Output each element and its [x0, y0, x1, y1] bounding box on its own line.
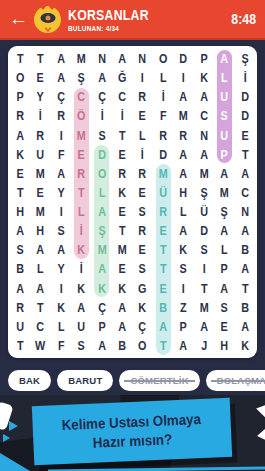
grid-cell-r15c5[interactable]: P: [94, 317, 110, 336]
grid-cell-r7c3[interactable]: A: [53, 164, 69, 183]
word-grid-card: TTAMNANODPAŞOEAŞAĞILIKLİPYÇCÇCRİAAUDRİRÖ…: [8, 46, 257, 358]
grid-cell-r16c9[interactable]: A: [175, 336, 191, 355]
grid-cell-r6c9[interactable]: A: [175, 145, 191, 164]
grid-cell-r12c6[interactable]: E: [114, 259, 130, 278]
grid-cell-r3c10[interactable]: A: [196, 87, 212, 106]
word-chip-comertlik: CÖMERTLİK: [119, 370, 199, 391]
grid-cell-r15c10[interactable]: A: [196, 317, 212, 336]
grid-cell-r6c7[interactable]: İ: [135, 145, 151, 164]
grid-cell-r16c12[interactable]: K: [237, 336, 253, 355]
grid-cell-r3c1[interactable]: P: [12, 87, 28, 106]
grid-cell-r4c9[interactable]: M: [175, 106, 191, 125]
grid-cell-r10c9[interactable]: A: [175, 221, 191, 240]
banner-arrow-icon: [256, 424, 265, 446]
grid-cell-r9c2[interactable]: M: [32, 202, 48, 221]
grid-cell-r16c3[interactable]: F: [53, 336, 69, 355]
grid-cell-r16c1[interactable]: T: [12, 336, 28, 355]
grid-cell-r11c2[interactable]: A: [32, 240, 48, 259]
grid-cell-r15c9[interactable]: P: [175, 317, 191, 336]
grid-cell-r9c1[interactable]: H: [12, 202, 28, 221]
grid-cell-r10c5[interactable]: Ş: [94, 221, 110, 240]
grid-cell-r1c2[interactable]: T: [32, 49, 48, 68]
banner-blue-panel: Kelime Ustası Olmaya Hazır mısın?: [32, 398, 232, 466]
grid-cell-r2c2[interactable]: E: [32, 68, 48, 87]
grid-cell-r5c5[interactable]: S: [94, 126, 110, 145]
grid-cell-r1c8[interactable]: O: [155, 49, 171, 68]
grid-cell-r13c5[interactable]: K: [94, 279, 110, 298]
grid-cell-r4c1[interactable]: R: [12, 106, 28, 125]
grid-cell-r1c12[interactable]: Ş: [237, 49, 253, 68]
word-chip-label: DOLAŞMAK: [217, 375, 265, 386]
grid-cell-r10c2[interactable]: H: [32, 221, 48, 240]
grid-cell-r15c1[interactable]: U: [12, 317, 28, 336]
grid-cell-r16c8[interactable]: T: [155, 336, 171, 355]
grid-cell-r14c11[interactable]: S: [216, 298, 232, 317]
found-counter: BULUNAN: 4/34: [68, 24, 204, 33]
grid-cell-r10c1[interactable]: A: [12, 221, 28, 240]
grid-cell-r16c4[interactable]: S: [73, 336, 89, 355]
grid-cell-r12c11[interactable]: P: [216, 259, 232, 278]
grid-cell-r8c7[interactable]: E: [135, 183, 151, 202]
grid-cell-r6c5[interactable]: D: [94, 145, 110, 164]
grid-cell-r10c10[interactable]: D: [196, 221, 212, 240]
grid-cell-r11c3[interactable]: A: [53, 240, 69, 259]
grid-cell-r3c3[interactable]: Ç: [53, 87, 69, 106]
grid-cell-r15c6[interactable]: A: [114, 317, 130, 336]
grid-cell-r12c9[interactable]: S: [175, 259, 191, 278]
grid-cell-r13c3[interactable]: I: [53, 279, 69, 298]
grid-cell-r2c4[interactable]: Ş: [73, 68, 89, 87]
grid-cell-r7c8[interactable]: M: [155, 164, 171, 183]
grid-cell-r8c5[interactable]: L: [94, 183, 110, 202]
grid-cell-r11c12[interactable]: B: [237, 240, 253, 259]
grid-cell-r11c10[interactable]: S: [196, 240, 212, 259]
grid-cell-r4c2[interactable]: İ: [32, 106, 48, 125]
grid-cell-r14c7[interactable]: K: [135, 298, 151, 317]
grid-cell-r10c4[interactable]: İ: [73, 221, 89, 240]
grid-cell-r5c9[interactable]: R: [175, 126, 191, 145]
grid-cell-r10c6[interactable]: T: [114, 221, 130, 240]
grid-cell-r4c12[interactable]: D: [237, 106, 253, 125]
grid-cell-r5c3[interactable]: I: [53, 126, 69, 145]
grid-cell-r6c6[interactable]: E: [114, 145, 130, 164]
word-chips-strip[interactable]: BAKBARUTCÖMERTLİKDOLAŞMAK: [0, 367, 265, 393]
grid-cell-r12c3[interactable]: Y: [53, 259, 69, 278]
grid-cell-r16c6[interactable]: B: [114, 336, 130, 355]
grid-cell-r15c3[interactable]: L: [53, 317, 69, 336]
grid-cell-r11c7[interactable]: E: [135, 240, 151, 259]
grid-cell-r7c12[interactable]: A: [237, 164, 253, 183]
grid-cell-r1c7[interactable]: N: [135, 49, 151, 68]
grid-cell-r4c4[interactable]: Ö: [73, 106, 89, 125]
word-chip-label: BAK: [19, 375, 40, 386]
grid-cell-r8c1[interactable]: T: [12, 183, 28, 202]
grid-cell-r6c11[interactable]: P: [216, 145, 232, 164]
grid-cell-r2c11[interactable]: L: [216, 68, 232, 87]
grid-cell-r12c8[interactable]: T: [155, 259, 171, 278]
grid-cell-r13c2[interactable]: A: [32, 279, 48, 298]
grid-cell-r2c10[interactable]: K: [196, 68, 212, 87]
grid-cell-r8c11[interactable]: M: [216, 183, 232, 202]
grid-cell-r2c9[interactable]: I: [175, 68, 191, 87]
grid-cell-r14c12[interactable]: B: [237, 298, 253, 317]
ad-banner[interactable]: Kelime Ustası Olmaya Hazır mısın?: [0, 395, 265, 471]
grid-cell-r13c9[interactable]: I: [175, 279, 191, 298]
grid-cell-r3c9[interactable]: A: [175, 87, 191, 106]
grid-cell-r3c4[interactable]: C: [73, 87, 89, 106]
grid-cell-r3c6[interactable]: C: [114, 87, 130, 106]
grid-cell-r2c8[interactable]: L: [155, 68, 171, 87]
grid-cell-r12c7[interactable]: S: [135, 259, 151, 278]
grid-cell-r4c3[interactable]: R: [53, 106, 69, 125]
grid-cell-r2c6[interactable]: Ğ: [114, 68, 130, 87]
grid-cell-r1c11[interactable]: A: [216, 49, 232, 68]
grid-cell-r15c7[interactable]: Ç: [135, 317, 151, 336]
word-chip-label: BARUT: [68, 375, 102, 386]
grid-cell-r7c9[interactable]: A: [175, 164, 191, 183]
grid-cell-r14c6[interactable]: A: [114, 298, 130, 317]
grid-cell-r3c2[interactable]: Y: [32, 87, 48, 106]
grid-cell-r1c4[interactable]: M: [73, 49, 89, 68]
grid-cell-r7c1[interactable]: E: [12, 164, 28, 183]
grid-cell-r9c8[interactable]: R: [155, 202, 171, 221]
grid-cell-r6c12[interactable]: T: [237, 145, 253, 164]
grid-cell-r3c12[interactable]: D: [237, 87, 253, 106]
grid-cell-r9c10[interactable]: Ü: [196, 202, 212, 221]
grid-cell-r5c12[interactable]: E: [237, 126, 253, 145]
grid-cell-r3c7[interactable]: R: [135, 87, 151, 106]
grid-cell-r2c12[interactable]: İ: [237, 68, 253, 87]
grid-cell-r5c1[interactable]: A: [12, 126, 28, 145]
banner-corner-shape: [0, 453, 30, 471]
grid-cell-r9c3[interactable]: I: [53, 202, 69, 221]
grid-cell-r5c4[interactable]: M: [73, 126, 89, 145]
grid-cell-r9c5[interactable]: A: [94, 202, 110, 221]
grid-cell-r2c3[interactable]: A: [53, 68, 69, 87]
grid-cell-r4c8[interactable]: F: [155, 106, 171, 125]
grid-cell-r5c8[interactable]: R: [155, 126, 171, 145]
grid-cell-r11c6[interactable]: M: [114, 240, 130, 259]
grid-cell-r2c5[interactable]: A: [94, 68, 110, 87]
grid-cell-r9c6[interactable]: E: [114, 202, 130, 221]
grid-cell-r6c3[interactable]: F: [53, 145, 69, 164]
banner-text-line2: Hazır mısın?: [92, 430, 172, 452]
grid-cell-r14c1[interactable]: R: [12, 298, 28, 317]
banner-triangle-icon: [3, 434, 10, 442]
grid-cell-r16c10[interactable]: J: [196, 336, 212, 355]
grid-cell-r14c8[interactable]: B: [155, 298, 171, 317]
grid-cell-r8c8[interactable]: Ü: [155, 183, 171, 202]
grid-cell-r16c11[interactable]: H: [216, 336, 232, 355]
grid-cell-r14c3[interactable]: K: [53, 298, 69, 317]
grid-cell-r10c3[interactable]: S: [53, 221, 69, 240]
grid-cell-r15c11[interactable]: E: [216, 317, 232, 336]
grid-cell-r3c5[interactable]: Ç: [94, 87, 110, 106]
grid-cell-r8c6[interactable]: K: [114, 183, 130, 202]
grid-cell-r13c10[interactable]: T: [196, 279, 212, 298]
grid-cell-r16c5[interactable]: A: [94, 336, 110, 355]
app-screen: ← KORSANLAR BULUNAN: 4/34 8:48 TTAMNANOD…: [0, 0, 265, 471]
grid-cell-r13c1[interactable]: A: [12, 279, 28, 298]
grid-cell-r6c2[interactable]: U: [32, 145, 48, 164]
grid-cell-r4c6[interactable]: İ: [114, 106, 130, 125]
grid-cell-r12c12[interactable]: A: [237, 259, 253, 278]
grid-cell-r14c10[interactable]: M: [196, 298, 212, 317]
grid-cell-r6c4[interactable]: E: [73, 145, 89, 164]
grid-cell-r10c12[interactable]: A: [237, 221, 253, 240]
word-chip-bak: BAK: [8, 370, 51, 391]
grid-cell-r15c12[interactable]: A: [237, 317, 253, 336]
grid-cell-r13c11[interactable]: A: [216, 279, 232, 298]
grid-cell-r7c4[interactable]: R: [73, 164, 89, 183]
word-chip-label: CÖMERTLİK: [130, 375, 188, 386]
grid-cell-r6c8[interactable]: D: [155, 145, 171, 164]
banner-triangle-icon: [9, 421, 18, 431]
grid-cell-r15c4[interactable]: U: [73, 317, 89, 336]
grid-cell-r14c5[interactable]: Ç: [94, 298, 110, 317]
grid-cell-r1c1[interactable]: T: [12, 49, 28, 68]
back-button[interactable]: ←: [9, 8, 31, 30]
grid-cell-r1c10[interactable]: P: [196, 49, 212, 68]
grid-cell-r8c10[interactable]: Ş: [196, 183, 212, 202]
grid-cell-r11c5[interactable]: M: [94, 240, 110, 259]
grid-cell-r10c8[interactable]: E: [155, 221, 171, 240]
grid-cell-r2c1[interactable]: O: [12, 68, 28, 87]
grid-cell-r7c11[interactable]: A: [216, 164, 232, 183]
grid-cell-r5c2[interactable]: R: [32, 126, 48, 145]
grid-cell-r13c8[interactable]: E: [155, 279, 171, 298]
grid-cell-r11c8[interactable]: T: [155, 240, 171, 259]
grid-cell-r6c10[interactable]: A: [196, 145, 212, 164]
timer: 8:48: [231, 11, 256, 27]
grid-cell-r14c2[interactable]: T: [32, 298, 48, 317]
grid-cell-r4c5[interactable]: İ: [94, 106, 110, 125]
grid-cell-r15c8[interactable]: A: [155, 317, 171, 336]
grid-cell-r12c10[interactable]: I: [196, 259, 212, 278]
grid-cell-r7c7[interactable]: R: [135, 164, 151, 183]
letter-grid[interactable]: TTAMNANODPAŞOEAŞAĞILIKLİPYÇCÇCRİAAUDRİRÖ…: [8, 46, 257, 358]
grid-cell-r9c9[interactable]: L: [175, 202, 191, 221]
grid-cell-r12c2[interactable]: L: [32, 259, 48, 278]
grid-cell-r8c4[interactable]: T: [73, 183, 89, 202]
grid-cell-r1c3[interactable]: A: [53, 49, 69, 68]
page-title: KORSANLAR: [68, 6, 199, 23]
grid-cell-r14c4[interactable]: A: [73, 298, 89, 317]
grid-cell-r8c2[interactable]: E: [32, 183, 48, 202]
grid-cell-r11c1[interactable]: S: [12, 240, 28, 259]
grid-cell-r10c11[interactable]: A: [216, 221, 232, 240]
header-titles: KORSANLAR BULUNAN: 4/34: [68, 6, 228, 33]
grid-cell-r9c7[interactable]: S: [135, 202, 151, 221]
grid-cell-r13c7[interactable]: G: [135, 279, 151, 298]
back-arrow-icon: ←: [9, 8, 28, 29]
grid-cell-r1c5[interactable]: N: [94, 49, 110, 68]
grid-cell-r12c5[interactable]: A: [94, 259, 110, 278]
grid-cell-r7c10[interactable]: M: [196, 164, 212, 183]
grid-cell-r9c12[interactable]: N: [237, 202, 253, 221]
grid-cell-r12c4[interactable]: İ: [73, 259, 89, 278]
grid-cell-r4c10[interactable]: C: [196, 106, 212, 125]
grid-cell-r7c2[interactable]: M: [32, 164, 48, 183]
grid-cell-r11c4[interactable]: K: [73, 240, 89, 259]
grid-cell-r3c11[interactable]: U: [216, 87, 232, 106]
grid-cell-r4c11[interactable]: S: [216, 106, 232, 125]
grid-cell-r7c6[interactable]: R: [114, 164, 130, 183]
grid-cell-r8c12[interactable]: C: [237, 183, 253, 202]
grid-cell-r14c9[interactable]: Z: [175, 298, 191, 317]
grid-cell-r5c7[interactable]: L: [135, 126, 151, 145]
grid-cell-r11c9[interactable]: K: [175, 240, 191, 259]
grid-cell-r8c9[interactable]: H: [175, 183, 191, 202]
grid-cell-r13c6[interactable]: K: [114, 279, 130, 298]
grid-cell-r9c4[interactable]: L: [73, 202, 89, 221]
grid-cell-r5c11[interactable]: U: [216, 126, 232, 145]
grid-cell-r5c6[interactable]: T: [114, 126, 130, 145]
word-chip-dolasmak: DOLAŞMAK: [206, 370, 265, 391]
grid-cell-r12c1[interactable]: B: [12, 259, 28, 278]
grid-cell-r10c7[interactable]: R: [135, 221, 151, 240]
grid-cell-r3c8[interactable]: İ: [155, 87, 171, 106]
grid-cell-r4c7[interactable]: E: [135, 106, 151, 125]
grid-cell-r8c3[interactable]: Y: [53, 183, 69, 202]
grid-cell-r1c9[interactable]: D: [175, 49, 191, 68]
grid-cell-r13c12[interactable]: T: [237, 279, 253, 298]
grid-cell-r6c1[interactable]: K: [12, 145, 28, 164]
grid-cell-r7c5[interactable]: O: [94, 164, 110, 183]
pirate-eye-logo-icon: [34, 6, 61, 33]
grid-cell-r16c2[interactable]: W: [32, 336, 48, 355]
grid-cell-r5c10[interactable]: N: [196, 126, 212, 145]
grid-cell-r16c7[interactable]: O: [135, 336, 151, 355]
grid-cell-r13c4[interactable]: K: [73, 279, 89, 298]
grid-cell-r9c11[interactable]: Ş: [216, 202, 232, 221]
grid-cell-r1c6[interactable]: A: [114, 49, 130, 68]
header: ← KORSANLAR BULUNAN: 4/34 8:48: [0, 0, 265, 40]
grid-cell-r11c11[interactable]: L: [216, 240, 232, 259]
grid-cell-r15c2[interactable]: C: [32, 317, 48, 336]
grid-cell-r2c7[interactable]: I: [135, 68, 151, 87]
word-chip-barut: BARUT: [57, 370, 113, 391]
